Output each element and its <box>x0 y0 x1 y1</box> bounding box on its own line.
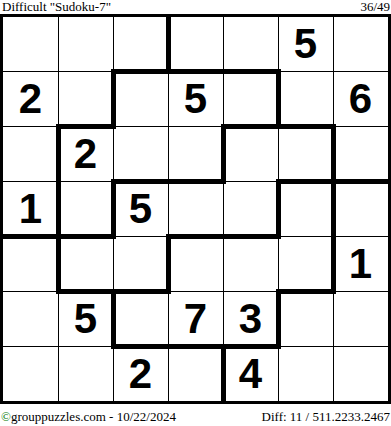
cell-r1c2[interactable] <box>58 17 113 72</box>
cell-r4c7[interactable] <box>333 182 388 237</box>
cell-r4c1[interactable]: 1 <box>3 182 58 237</box>
copyright-symbol: © <box>1 409 11 424</box>
cell-r6c6[interactable] <box>278 291 333 346</box>
cell-r1c3[interactable] <box>113 17 168 72</box>
cell-r5c7[interactable]: 1 <box>333 236 388 291</box>
cell-r7c5[interactable]: 4 <box>223 346 278 401</box>
credit-text: grouppuzzles.com - 10/22/2024 <box>11 409 176 424</box>
cell-r4c6[interactable] <box>278 182 333 237</box>
cell-r1c5[interactable] <box>223 17 278 72</box>
cell-r3c3[interactable] <box>113 127 168 182</box>
sudoku-grid: 5256215157324 <box>3 17 388 401</box>
cell-r7c3[interactable]: 2 <box>113 346 168 401</box>
cell-r6c3[interactable] <box>113 291 168 346</box>
cell-r2c7[interactable]: 6 <box>333 72 388 127</box>
progress-counter: 36/49 <box>360 0 390 15</box>
credit-line: ©grouppuzzles.com - 10/22/2024 <box>1 409 176 425</box>
sudoku-board[interactable]: 5256215157324 <box>0 14 391 404</box>
cell-r6c7[interactable] <box>333 291 388 346</box>
cell-r5c2[interactable] <box>58 236 113 291</box>
cell-r2c3[interactable] <box>113 72 168 127</box>
cell-r3c2[interactable]: 2 <box>58 127 113 182</box>
cell-r3c1[interactable] <box>3 127 58 182</box>
cell-r7c4[interactable] <box>168 346 223 401</box>
cell-r4c3[interactable]: 5 <box>113 182 168 237</box>
cell-r1c1[interactable] <box>3 17 58 72</box>
cell-r3c6[interactable] <box>278 127 333 182</box>
cell-r3c5[interactable] <box>223 127 278 182</box>
cell-r7c1[interactable] <box>3 346 58 401</box>
cell-r6c2[interactable]: 5 <box>58 291 113 346</box>
cell-r5c1[interactable] <box>3 236 58 291</box>
cell-r1c6[interactable]: 5 <box>278 17 333 72</box>
cell-r1c4[interactable] <box>168 17 223 72</box>
cell-r7c6[interactable] <box>278 346 333 401</box>
cell-r2c2[interactable] <box>58 72 113 127</box>
cell-r7c2[interactable] <box>58 346 113 401</box>
cell-r5c3[interactable] <box>113 236 168 291</box>
cell-r4c2[interactable] <box>58 182 113 237</box>
cell-r2c1[interactable]: 2 <box>3 72 58 127</box>
page-title: Difficult "Sudoku-7" <box>2 0 111 15</box>
cell-r2c4[interactable]: 5 <box>168 72 223 127</box>
cell-r6c5[interactable]: 3 <box>223 291 278 346</box>
cell-r4c5[interactable] <box>223 182 278 237</box>
cell-r7c7[interactable] <box>333 346 388 401</box>
cell-r2c6[interactable] <box>278 72 333 127</box>
cell-r6c1[interactable] <box>3 291 58 346</box>
cell-r1c7[interactable] <box>333 17 388 72</box>
cell-r5c6[interactable] <box>278 236 333 291</box>
cell-r5c4[interactable] <box>168 236 223 291</box>
cell-r4c4[interactable] <box>168 182 223 237</box>
difficulty-line: Diff: 11 / 511.2233.2467 <box>262 409 390 425</box>
cell-r6c4[interactable]: 7 <box>168 291 223 346</box>
cell-r3c4[interactable] <box>168 127 223 182</box>
cell-r5c5[interactable] <box>223 236 278 291</box>
cell-r2c5[interactable] <box>223 72 278 127</box>
cell-r3c7[interactable] <box>333 127 388 182</box>
